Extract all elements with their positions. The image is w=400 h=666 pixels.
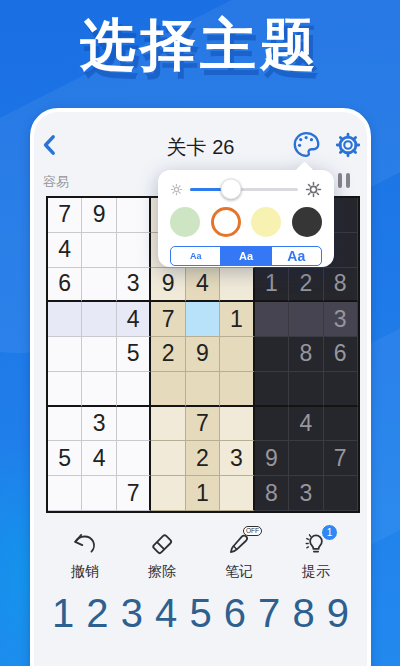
- font-size-medium[interactable]: Aa: [220, 247, 270, 265]
- palette-icon: [290, 129, 321, 160]
- cell-r9c2[interactable]: [82, 476, 116, 511]
- undo-icon: [71, 532, 99, 556]
- cell-r6c2[interactable]: [82, 372, 116, 407]
- eraser-icon: [149, 531, 175, 557]
- bright-sun-icon: [305, 181, 322, 198]
- undo-label: 撤销: [71, 563, 99, 581]
- cell-r5c5[interactable]: 9: [186, 337, 220, 372]
- cell-r7c5[interactable]: 7: [186, 407, 220, 442]
- numpad-1[interactable]: 1: [52, 591, 74, 636]
- numpad-8[interactable]: 8: [292, 591, 314, 636]
- cell-r4c7[interactable]: [255, 302, 289, 337]
- notes-button[interactable]: OFF 笔记: [210, 530, 268, 581]
- cell-r9c8[interactable]: 3: [289, 476, 323, 511]
- cell-r4c9[interactable]: 3: [324, 302, 358, 337]
- cell-r3c4[interactable]: 9: [151, 268, 185, 303]
- theme-popover: Aa Aa Aa: [158, 170, 334, 267]
- cell-r6c6[interactable]: [220, 372, 254, 407]
- cell-r7c6[interactable]: [220, 407, 254, 442]
- cell-r7c3[interactable]: [117, 407, 151, 442]
- cell-r4c8[interactable]: [289, 302, 323, 337]
- cell-r1c2[interactable]: 9: [82, 198, 116, 233]
- numpad-9[interactable]: 9: [327, 591, 349, 636]
- cell-r3c7[interactable]: 1: [255, 268, 289, 303]
- settings-button[interactable]: [334, 131, 362, 159]
- cell-r7c1[interactable]: [48, 407, 82, 442]
- cell-r2c1[interactable]: 4: [48, 233, 82, 268]
- notes-off-badge: OFF: [243, 526, 262, 536]
- cell-r7c4[interactable]: [151, 407, 185, 442]
- pause-button[interactable]: [338, 173, 354, 189]
- brightness-row: [170, 179, 322, 199]
- font-size-small[interactable]: Aa: [171, 247, 220, 265]
- cell-r5c1[interactable]: [48, 337, 82, 372]
- cell-r8c5[interactable]: 2: [186, 441, 220, 476]
- cell-r9c7[interactable]: 8: [255, 476, 289, 511]
- cell-r3c2[interactable]: [82, 268, 116, 303]
- theme-swatch-dark[interactable]: [292, 207, 322, 237]
- font-size-large[interactable]: Aa: [271, 247, 321, 265]
- cell-r4c3[interactable]: 4: [117, 302, 151, 337]
- cell-r6c8[interactable]: [289, 372, 323, 407]
- dim-sun-icon: [170, 183, 183, 196]
- font-size-control: Aa Aa Aa: [170, 246, 322, 266]
- erase-label: 擦除: [148, 563, 176, 581]
- numpad-7[interactable]: 7: [258, 591, 280, 636]
- toolbar: 撤销 擦除 OFF 笔记: [34, 530, 367, 581]
- difficulty-label: 容易: [43, 173, 69, 191]
- cell-r6c4[interactable]: [151, 372, 185, 407]
- cell-r8c8[interactable]: [289, 441, 323, 476]
- cell-r5c9[interactable]: 6: [324, 337, 358, 372]
- cell-r5c2[interactable]: [82, 337, 116, 372]
- cell-r6c1[interactable]: [48, 372, 82, 407]
- cell-r7c2[interactable]: 3: [82, 407, 116, 442]
- cell-r9c1[interactable]: [48, 476, 82, 511]
- undo-button[interactable]: 撤销: [56, 530, 114, 581]
- cell-r8c1[interactable]: 5: [48, 441, 82, 476]
- cell-r9c5[interactable]: 1: [186, 476, 220, 511]
- game-card: 关卡 26 容易 7946394128471352986374542397718…: [30, 108, 371, 666]
- theme-swatch-white[interactable]: [211, 207, 241, 237]
- erase-button[interactable]: 擦除: [133, 530, 191, 581]
- cell-r5c7[interactable]: [255, 337, 289, 372]
- cell-r4c2[interactable]: [82, 302, 116, 337]
- cell-r6c5[interactable]: [186, 372, 220, 407]
- cell-r6c9[interactable]: [324, 372, 358, 407]
- cell-r7c9[interactable]: [324, 407, 358, 442]
- pause-icon: [346, 173, 350, 188]
- cell-r9c3[interactable]: 7: [117, 476, 151, 511]
- cell-r5c6[interactable]: [220, 337, 254, 372]
- theme-swatch-yellow[interactable]: [251, 207, 281, 237]
- numpad-5[interactable]: 5: [189, 591, 211, 636]
- numpad-4[interactable]: 4: [155, 591, 177, 636]
- numpad-6[interactable]: 6: [224, 591, 246, 636]
- hint-button[interactable]: 1 提示: [287, 530, 345, 581]
- cell-r4c4[interactable]: 7: [151, 302, 185, 337]
- cell-r8c3[interactable]: [117, 441, 151, 476]
- notes-label: 笔记: [225, 563, 253, 581]
- cell-r8c6[interactable]: 3: [220, 441, 254, 476]
- cell-r3c6[interactable]: [220, 268, 254, 303]
- cell-r1c3[interactable]: [117, 198, 151, 233]
- numpad-3[interactable]: 3: [121, 591, 143, 636]
- cell-r6c3[interactable]: [117, 372, 151, 407]
- theme-color-row: [170, 206, 322, 238]
- cell-r7c7[interactable]: [255, 407, 289, 442]
- cell-r4c1[interactable]: [48, 302, 82, 337]
- hint-count-badge: 1: [321, 524, 338, 541]
- page-title: 选择主题: [0, 8, 400, 84]
- cell-r1c1[interactable]: 7: [48, 198, 82, 233]
- number-pad: 1 2 3 4 5 6 7 8 9: [34, 591, 367, 636]
- cell-r8c4[interactable]: [151, 441, 185, 476]
- cell-r3c9[interactable]: 8: [324, 268, 358, 303]
- cell-r8c2[interactable]: 4: [82, 441, 116, 476]
- theme-palette-button[interactable]: [290, 129, 321, 160]
- numpad-2[interactable]: 2: [86, 591, 108, 636]
- cell-r2c3[interactable]: [117, 233, 151, 268]
- brightness-slider[interactable]: [190, 188, 298, 191]
- cell-r9c6[interactable]: [220, 476, 254, 511]
- cell-r7c8[interactable]: 4: [289, 407, 323, 442]
- cell-r9c4[interactable]: [151, 476, 185, 511]
- gear-icon: [334, 131, 362, 159]
- cell-r5c3[interactable]: 5: [117, 337, 151, 372]
- theme-swatch-green[interactable]: [170, 207, 200, 237]
- cell-r6c7[interactable]: [255, 372, 289, 407]
- cell-r8c9[interactable]: 7: [324, 441, 358, 476]
- cell-r9c9[interactable]: [324, 476, 358, 511]
- cell-r3c8[interactable]: 2: [289, 268, 323, 303]
- cell-r3c1[interactable]: 6: [48, 268, 82, 303]
- cell-r8c7[interactable]: 9: [255, 441, 289, 476]
- brightness-thumb[interactable]: [221, 179, 242, 200]
- cell-r2c2[interactable]: [82, 233, 116, 268]
- cell-r3c3[interactable]: 3: [117, 268, 151, 303]
- pause-icon: [338, 173, 342, 188]
- cell-r3c5[interactable]: 4: [186, 268, 220, 303]
- hint-label: 提示: [302, 563, 330, 581]
- cell-r5c4[interactable]: 2: [151, 337, 185, 372]
- cell-r4c5[interactable]: [186, 302, 220, 337]
- cell-r4c6[interactable]: 1: [220, 302, 254, 337]
- cell-r5c8[interactable]: 8: [289, 337, 323, 372]
